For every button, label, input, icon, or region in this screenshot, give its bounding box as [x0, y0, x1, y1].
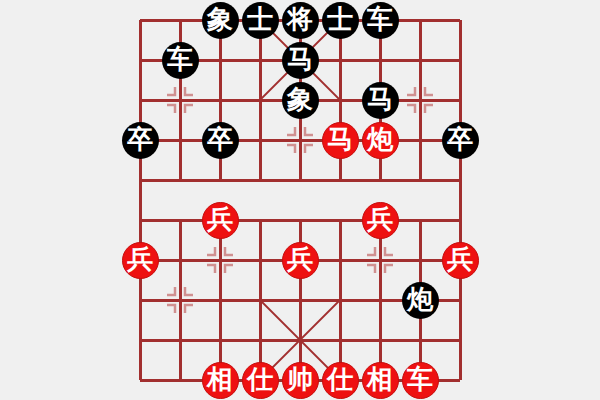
board-point: 士 [320, 0, 360, 40]
board-point: 帅 [280, 360, 320, 400]
board-point: 炮 [360, 120, 400, 160]
red-chariot[interactable]: 车 [402, 362, 439, 399]
piece-glyph: 兵 [287, 246, 313, 272]
piece-glyph: 象 [207, 6, 233, 32]
piece-glyph: 卒 [207, 126, 233, 152]
piece-glyph: 兵 [367, 206, 393, 232]
board-point: 将 [280, 0, 320, 40]
piece-glyph: 马 [367, 86, 393, 112]
black-chariot[interactable]: 车 [162, 42, 199, 79]
board-point: 仕 [240, 360, 280, 400]
board-point: 马 [280, 40, 320, 80]
board-point: 兵 [200, 200, 240, 240]
red-soldier[interactable]: 兵 [442, 242, 479, 279]
board-grid[interactable]: 象士将士车车马象马卒卒马炮卒兵兵兵兵兵炮相仕帅仕相车 [120, 0, 480, 400]
board-point: 炮 [400, 280, 440, 320]
black-soldier[interactable]: 卒 [202, 122, 239, 159]
black-advisor[interactable]: 士 [322, 2, 359, 39]
piece-glyph: 兵 [207, 206, 233, 232]
piece-glyph: 兵 [127, 246, 153, 272]
red-advisor[interactable]: 仕 [322, 362, 359, 399]
piece-glyph: 炮 [407, 286, 433, 312]
piece-glyph: 相 [207, 366, 233, 392]
board-point: 车 [400, 360, 440, 400]
piece-glyph: 士 [327, 6, 353, 32]
board-point: 象 [200, 0, 240, 40]
black-elephant[interactable]: 象 [202, 2, 239, 39]
piece-glyph: 象 [287, 86, 313, 112]
piece-glyph: 车 [407, 366, 433, 392]
piece-glyph: 马 [287, 46, 313, 72]
piece-glyph: 士 [247, 6, 273, 32]
board-point: 士 [240, 0, 280, 40]
board-point: 相 [360, 360, 400, 400]
red-king[interactable]: 帅 [282, 362, 319, 399]
piece-glyph: 马 [327, 126, 353, 152]
black-cannon[interactable]: 炮 [402, 282, 439, 319]
board-point: 卒 [200, 120, 240, 160]
xiangqi-board: 象士将士车车马象马卒卒马炮卒兵兵兵兵兵炮相仕帅仕相车 [0, 0, 600, 400]
black-soldier[interactable]: 卒 [122, 122, 159, 159]
piece-glyph: 车 [167, 46, 193, 72]
piece-glyph: 兵 [447, 246, 473, 272]
board-point: 卒 [120, 120, 160, 160]
board-point: 仕 [320, 360, 360, 400]
red-advisor[interactable]: 仕 [242, 362, 279, 399]
board-point: 兵 [440, 240, 480, 280]
board-point: 象 [280, 80, 320, 120]
piece-glyph: 帅 [287, 366, 313, 392]
piece-glyph: 卒 [127, 126, 153, 152]
piece-glyph: 将 [287, 6, 313, 32]
red-soldier[interactable]: 兵 [362, 202, 399, 239]
red-soldier[interactable]: 兵 [122, 242, 159, 279]
black-king[interactable]: 将 [282, 2, 319, 39]
red-soldier[interactable]: 兵 [202, 202, 239, 239]
red-soldier[interactable]: 兵 [282, 242, 319, 279]
board-point: 相 [200, 360, 240, 400]
piece-glyph: 相 [367, 366, 393, 392]
black-soldier[interactable]: 卒 [442, 122, 479, 159]
board-point: 马 [360, 80, 400, 120]
board-point: 兵 [120, 240, 160, 280]
piece-glyph: 仕 [247, 366, 273, 392]
board-point: 车 [160, 40, 200, 80]
piece-glyph: 炮 [367, 126, 393, 152]
board-point: 车 [360, 0, 400, 40]
black-chariot[interactable]: 车 [362, 2, 399, 39]
red-horse[interactable]: 马 [322, 122, 359, 159]
black-horse[interactable]: 马 [282, 42, 319, 79]
black-elephant[interactable]: 象 [282, 82, 319, 119]
piece-glyph: 仕 [327, 366, 353, 392]
red-cannon[interactable]: 炮 [362, 122, 399, 159]
red-elephant[interactable]: 相 [202, 362, 239, 399]
piece-glyph: 卒 [447, 126, 473, 152]
board-point: 马 [320, 120, 360, 160]
board-point: 兵 [280, 240, 320, 280]
board-point: 卒 [440, 120, 480, 160]
piece-glyph: 车 [367, 6, 393, 32]
black-horse[interactable]: 马 [362, 82, 399, 119]
black-advisor[interactable]: 士 [242, 2, 279, 39]
red-elephant[interactable]: 相 [362, 362, 399, 399]
board-point: 兵 [360, 200, 400, 240]
